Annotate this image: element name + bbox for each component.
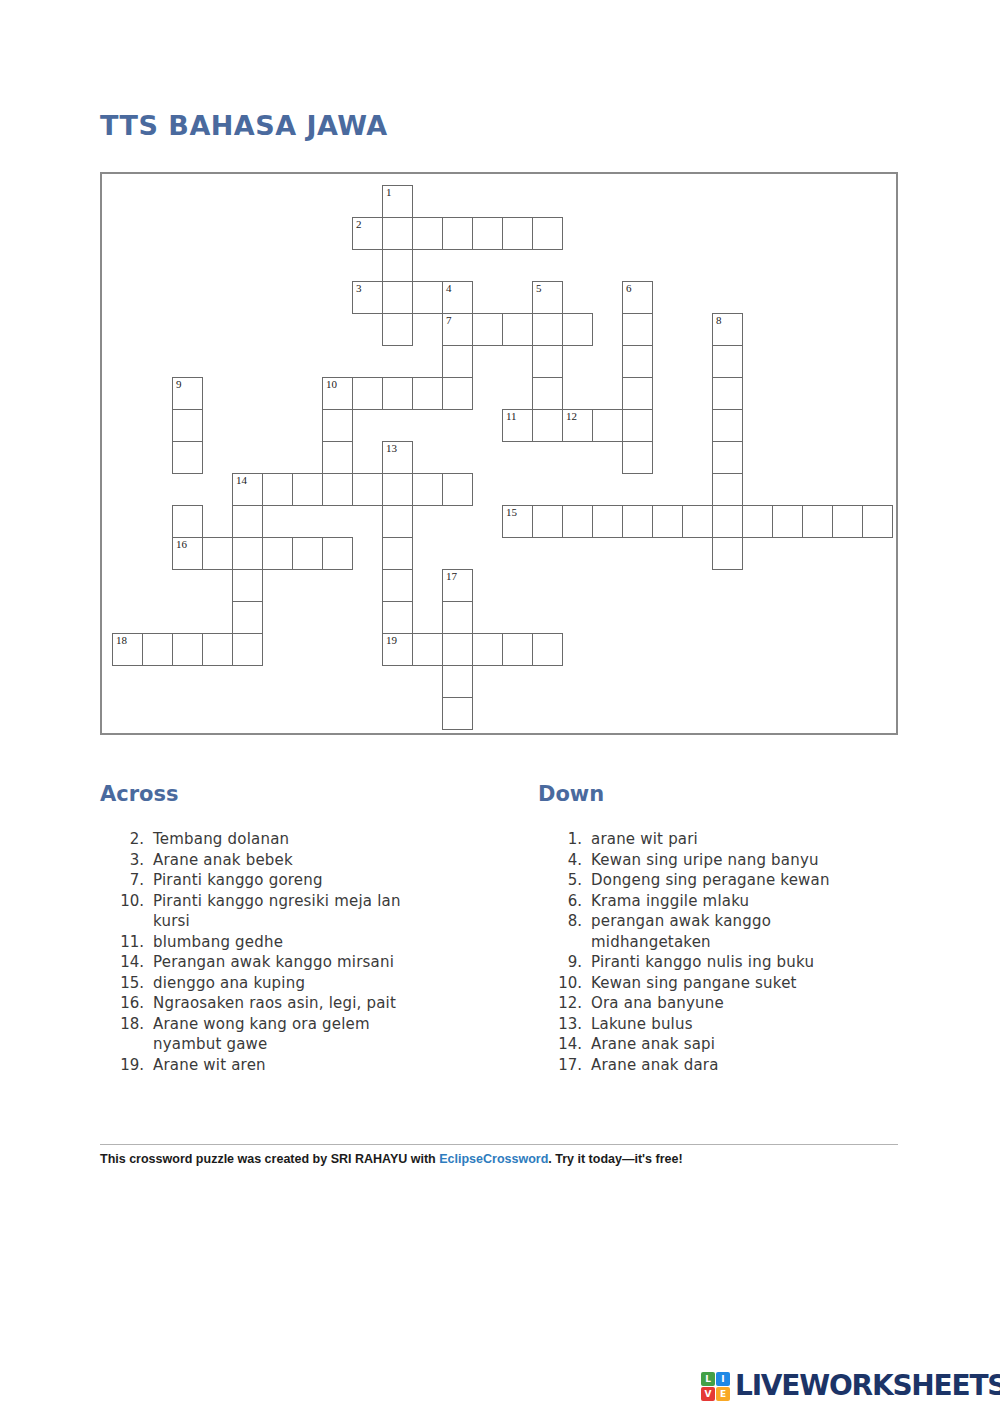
grid-cell[interactable] xyxy=(562,505,593,538)
grid-cell[interactable]: 6 xyxy=(622,281,653,314)
grid-cell[interactable] xyxy=(142,633,173,666)
cell-number: 8 xyxy=(716,314,722,327)
grid-cell[interactable] xyxy=(532,505,563,538)
clue-item: 17.Arane anak dara xyxy=(538,1055,861,1076)
grid-cell[interactable] xyxy=(382,601,413,634)
page-title: TTS BAHASA JAWA xyxy=(100,110,388,141)
grid-cell[interactable] xyxy=(442,345,473,378)
grid-cell[interactable] xyxy=(352,377,383,410)
footer-prefix: This crossword puzzle was created by xyxy=(100,1152,331,1166)
grid-cell[interactable]: 7 xyxy=(442,313,473,346)
grid-cell[interactable] xyxy=(172,409,203,442)
clue-item: 15.dienggo ana kuping xyxy=(100,973,423,994)
grid-cell[interactable] xyxy=(442,377,473,410)
grid-cell[interactable] xyxy=(532,217,563,250)
clue-number: 8. xyxy=(538,911,591,932)
clue-item: 14.Perangan awak kanggo mirsani xyxy=(100,952,423,973)
clue-text: Piranti kanggo goreng xyxy=(153,870,423,891)
grid-cell[interactable] xyxy=(532,345,563,378)
grid-cell[interactable] xyxy=(502,633,533,666)
grid-cell[interactable] xyxy=(712,505,743,538)
grid-cell[interactable] xyxy=(712,537,743,570)
grid-cell[interactable] xyxy=(232,569,263,602)
grid-cell[interactable] xyxy=(622,409,653,442)
grid-cell[interactable] xyxy=(382,473,413,506)
clue-text: Ngraosaken raos asin, legi, pait xyxy=(153,993,423,1014)
grid-cell[interactable] xyxy=(262,473,293,506)
liveworksheets-logo: LIVE LIVEWORKSHEETS xyxy=(701,1371,1000,1401)
grid-cell[interactable] xyxy=(322,537,353,570)
clue-text: blumbang gedhe xyxy=(153,932,423,953)
grid-cell[interactable]: 5 xyxy=(532,281,563,314)
clue-text: Arane wong kang ora gelem nyambut gawe xyxy=(153,1014,423,1055)
grid-cell[interactable] xyxy=(682,505,713,538)
grid-cell[interactable] xyxy=(232,601,263,634)
grid-cell[interactable] xyxy=(202,633,233,666)
grid-cell[interactable]: 1 xyxy=(382,185,413,218)
grid-cell[interactable] xyxy=(382,377,413,410)
grid-cell[interactable] xyxy=(622,505,653,538)
grid-cell[interactable] xyxy=(412,217,443,250)
cell-number: 10 xyxy=(326,378,337,391)
grid-cell[interactable] xyxy=(592,505,623,538)
logo-tile-v: V xyxy=(701,1387,715,1401)
grid-cell[interactable]: 9 xyxy=(172,377,203,410)
clue-text: Kewan sing pangane suket xyxy=(591,973,861,994)
footer-suffix: . Try it today—it's free! xyxy=(548,1152,682,1166)
grid-cell[interactable] xyxy=(382,313,413,346)
down-heading: Down xyxy=(538,782,604,806)
grid-cell[interactable] xyxy=(712,409,743,442)
cell-number: 17 xyxy=(446,570,457,583)
grid-cell[interactable]: 2 xyxy=(352,217,383,250)
clue-text: Ora ana banyune xyxy=(591,993,861,1014)
clue-list-down: 1.arane wit pari4.Kewan sing uripe nang … xyxy=(538,829,861,1075)
grid-cell[interactable] xyxy=(382,569,413,602)
clue-number: 19. xyxy=(100,1055,153,1076)
eclipsecrossword-link[interactable]: EclipseCrossword xyxy=(439,1152,548,1166)
grid-cell[interactable] xyxy=(562,313,593,346)
clue-text: Arane wit aren xyxy=(153,1055,423,1076)
cell-number: 2 xyxy=(356,218,362,231)
grid-cell[interactable] xyxy=(202,537,233,570)
grid-cell[interactable] xyxy=(442,697,473,730)
clue-item: 2.Tembang dolanan xyxy=(100,829,423,850)
grid-cell[interactable] xyxy=(502,313,533,346)
grid-cell[interactable] xyxy=(412,377,443,410)
grid-cell[interactable] xyxy=(472,633,503,666)
clue-item: 9.Piranti kanggo nulis ing buku xyxy=(538,952,861,973)
clue-number: 4. xyxy=(538,850,591,871)
grid-cell[interactable] xyxy=(412,633,443,666)
clue-item: 3.Arane anak bebek xyxy=(100,850,423,871)
grid-cell[interactable] xyxy=(532,633,563,666)
grid-cell[interactable] xyxy=(862,505,893,538)
grid-cell[interactable] xyxy=(172,505,203,538)
grid-cell[interactable] xyxy=(292,473,323,506)
clue-item: 1.arane wit pari xyxy=(538,829,861,850)
clue-item: 13.Lakune bulus xyxy=(538,1014,861,1035)
cell-number: 12 xyxy=(566,410,577,423)
clue-item: 12.Ora ana banyune xyxy=(538,993,861,1014)
grid-cell[interactable] xyxy=(832,505,863,538)
clue-item: 6.Krama inggile mlaku xyxy=(538,891,861,912)
grid-cell[interactable] xyxy=(712,345,743,378)
grid-cell[interactable]: 11 xyxy=(502,409,533,442)
grid-cell[interactable] xyxy=(232,505,263,538)
grid-cell[interactable] xyxy=(442,217,473,250)
liveworksheets-wordmark: LIVEWORKSHEETS xyxy=(735,1371,1000,1401)
grid-cell[interactable] xyxy=(262,537,293,570)
clue-text: Arane anak bebek xyxy=(153,850,423,871)
grid-cell[interactable] xyxy=(592,409,623,442)
grid-cell[interactable] xyxy=(502,217,533,250)
grid-cell[interactable] xyxy=(322,441,353,474)
clue-number: 2. xyxy=(100,829,153,850)
liveworksheets-icon: LIVE xyxy=(701,1372,730,1401)
clue-item: 5.Dongeng sing peragane kewan xyxy=(538,870,861,891)
grid-cell[interactable] xyxy=(712,473,743,506)
clue-item: 7.Piranti kanggo goreng xyxy=(100,870,423,891)
clue-number: 10. xyxy=(538,973,591,994)
clue-text: Tembang dolanan xyxy=(153,829,423,850)
footer-middle: with xyxy=(407,1152,439,1166)
grid-cell[interactable] xyxy=(622,377,653,410)
grid-cell[interactable]: 14 xyxy=(232,473,263,506)
grid-cell[interactable] xyxy=(442,601,473,634)
clue-number: 16. xyxy=(100,993,153,1014)
grid-cell[interactable] xyxy=(532,313,563,346)
grid-cell[interactable] xyxy=(292,537,323,570)
grid-cell[interactable] xyxy=(232,537,263,570)
clue-number: 7. xyxy=(100,870,153,891)
grid-cell[interactable]: 8 xyxy=(712,313,743,346)
clue-number: 6. xyxy=(538,891,591,912)
cell-number: 13 xyxy=(386,442,397,455)
clue-text: Piranti kanggo ngresiki meja lan kursi xyxy=(153,891,423,932)
footer-author: SRI RAHAYU xyxy=(331,1152,408,1166)
clue-number: 1. xyxy=(538,829,591,850)
clue-item: 10.Piranti kanggo ngresiki meja lan kurs… xyxy=(100,891,423,932)
grid-cell[interactable]: 15 xyxy=(502,505,533,538)
grid-cell[interactable] xyxy=(802,505,833,538)
clue-number: 13. xyxy=(538,1014,591,1035)
cell-number: 3 xyxy=(356,282,362,295)
across-heading: Across xyxy=(100,782,178,806)
grid-cell[interactable] xyxy=(412,473,443,506)
clue-item: 18.Arane wong kang ora gelem nyambut gaw… xyxy=(100,1014,423,1055)
clue-text: perangan awak kanggo midhangetaken xyxy=(591,911,861,952)
logo-tile-e: E xyxy=(716,1387,730,1401)
clue-number: 18. xyxy=(100,1014,153,1035)
grid-cell[interactable]: 17 xyxy=(442,569,473,602)
grid-cell[interactable] xyxy=(382,217,413,250)
grid-cell[interactable] xyxy=(382,537,413,570)
clue-text: Arane anak dara xyxy=(591,1055,861,1076)
clue-number: 12. xyxy=(538,993,591,1014)
clue-text: Piranti kanggo nulis ing buku xyxy=(591,952,861,973)
clue-number: 14. xyxy=(100,952,153,973)
grid-cell[interactable] xyxy=(532,377,563,410)
grid-cell[interactable] xyxy=(412,281,443,314)
cell-number: 9 xyxy=(176,378,182,391)
grid-cell[interactable] xyxy=(622,441,653,474)
cell-number: 11 xyxy=(506,410,517,423)
grid-cell[interactable] xyxy=(652,505,683,538)
cell-number: 19 xyxy=(386,634,397,647)
grid-cell[interactable] xyxy=(442,473,473,506)
clue-item: 16.Ngraosaken raos asin, legi, pait xyxy=(100,993,423,1014)
clue-item: 4.Kewan sing uripe nang banyu xyxy=(538,850,861,871)
cell-number: 14 xyxy=(236,474,247,487)
footer-divider xyxy=(100,1144,898,1145)
cell-number: 7 xyxy=(446,314,452,327)
grid-cell[interactable] xyxy=(442,665,473,698)
grid-cell[interactable] xyxy=(382,505,413,538)
clue-item: 11.blumbang gedhe xyxy=(100,932,423,953)
cell-number: 15 xyxy=(506,506,517,519)
grid-cell[interactable] xyxy=(622,313,653,346)
footer-note: This crossword puzzle was created by SRI… xyxy=(100,1152,683,1166)
grid-cell[interactable]: 16 xyxy=(172,537,203,570)
clue-text: Arane anak sapi xyxy=(591,1034,861,1055)
logo-tile-l: L xyxy=(701,1372,715,1386)
clue-number: 5. xyxy=(538,870,591,891)
clue-text: Perangan awak kanggo mirsani xyxy=(153,952,423,973)
clue-number: 3. xyxy=(100,850,153,871)
clue-number: 10. xyxy=(100,891,153,912)
clue-item: 19.Arane wit aren xyxy=(100,1055,423,1076)
clue-text: Lakune bulus xyxy=(591,1014,861,1035)
cell-number: 6 xyxy=(626,282,632,295)
clue-number: 9. xyxy=(538,952,591,973)
grid-cell[interactable] xyxy=(472,217,503,250)
grid-cell[interactable] xyxy=(172,441,203,474)
grid-cell[interactable]: 13 xyxy=(382,441,413,474)
logo-tile-i: I xyxy=(716,1372,730,1386)
grid-cell[interactable] xyxy=(472,313,503,346)
grid-cell[interactable] xyxy=(622,345,653,378)
grid-cell[interactable] xyxy=(172,633,203,666)
grid-cell[interactable] xyxy=(382,281,413,314)
cell-number: 16 xyxy=(176,538,187,551)
grid-cell[interactable] xyxy=(532,409,563,442)
clue-list-across: 2.Tembang dolanan3.Arane anak bebek7.Pir… xyxy=(100,829,423,1075)
grid-cell[interactable] xyxy=(352,473,383,506)
grid-cell[interactable] xyxy=(742,505,773,538)
clue-text: Krama inggile mlaku xyxy=(591,891,861,912)
clue-item: 8.perangan awak kanggo midhangetaken xyxy=(538,911,861,952)
clue-text: Kewan sing uripe nang banyu xyxy=(591,850,861,871)
grid-cell[interactable] xyxy=(322,409,353,442)
grid-cell[interactable] xyxy=(712,377,743,410)
grid-cell[interactable]: 3 xyxy=(352,281,383,314)
grid-cell[interactable] xyxy=(772,505,803,538)
grid-cell[interactable]: 19 xyxy=(382,633,413,666)
cell-number: 5 xyxy=(536,282,542,295)
clue-item: 14.Arane anak sapi xyxy=(538,1034,861,1055)
clue-number: 11. xyxy=(100,932,153,953)
crossword-grid: 12345678910111213141516171819 xyxy=(100,172,898,735)
clue-text: arane wit pari xyxy=(591,829,861,850)
clue-item: 10.Kewan sing pangane suket xyxy=(538,973,861,994)
grid-cell[interactable]: 12 xyxy=(562,409,593,442)
grid-cell[interactable]: 4 xyxy=(442,281,473,314)
clue-number: 17. xyxy=(538,1055,591,1076)
cell-number: 1 xyxy=(386,186,392,199)
clue-text: Dongeng sing peragane kewan xyxy=(591,870,861,891)
grid-cell[interactable]: 18 xyxy=(112,633,143,666)
grid-cell[interactable]: 10 xyxy=(322,377,353,410)
cell-number: 18 xyxy=(116,634,127,647)
clue-number: 15. xyxy=(100,973,153,994)
clue-number: 14. xyxy=(538,1034,591,1055)
cell-number: 4 xyxy=(446,282,452,295)
grid-cell[interactable] xyxy=(712,441,743,474)
grid-cell[interactable] xyxy=(232,633,263,666)
grid-cell[interactable] xyxy=(442,633,473,666)
grid-cell[interactable] xyxy=(322,473,353,506)
clue-text: dienggo ana kuping xyxy=(153,973,423,994)
grid-cell[interactable] xyxy=(382,249,413,282)
